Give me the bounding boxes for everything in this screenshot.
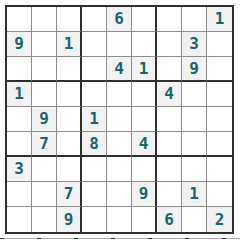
- cell-r6c9[interactable]: [207, 132, 232, 157]
- cell-r7c1[interactable]: 3: [7, 157, 32, 182]
- cell-r4c1[interactable]: 1: [7, 82, 32, 107]
- cell-r4c2[interactable]: [32, 82, 57, 107]
- cell-r8c1[interactable]: [7, 182, 32, 207]
- cell-r6c7[interactable]: [157, 132, 182, 157]
- cell-r3c7[interactable]: [157, 57, 182, 82]
- cell-r9c4[interactable]: [82, 207, 107, 232]
- cell-r8c3[interactable]: 7: [57, 182, 82, 207]
- cell-r3c1[interactable]: [7, 57, 32, 82]
- cell-r3c6[interactable]: 1: [132, 57, 157, 82]
- cell-r2c4[interactable]: [82, 32, 107, 57]
- cell-r8c8[interactable]: 1: [182, 182, 207, 207]
- cell-r2c6[interactable]: [132, 32, 157, 57]
- cell-r9c7[interactable]: 6: [157, 207, 182, 232]
- cell-r7c3[interactable]: [57, 157, 82, 182]
- cell-r7c5[interactable]: [107, 157, 132, 182]
- cell-r2c9[interactable]: [207, 32, 232, 57]
- cell-r5c9[interactable]: [207, 107, 232, 132]
- cell-r7c6[interactable]: [132, 157, 157, 182]
- cell-r8c9[interactable]: [207, 182, 232, 207]
- cell-r1c6[interactable]: [132, 7, 157, 32]
- cell-r4c8[interactable]: [182, 82, 207, 107]
- cell-r4c3[interactable]: [57, 82, 82, 107]
- cell-r6c4[interactable]: 8: [82, 132, 107, 157]
- cell-r3c9[interactable]: [207, 57, 232, 82]
- cell-r5c4[interactable]: 1: [82, 107, 107, 132]
- cell-r8c5[interactable]: [107, 182, 132, 207]
- cell-r7c8[interactable]: [182, 157, 207, 182]
- cell-r2c3[interactable]: 1: [57, 32, 82, 57]
- cell-r2c2[interactable]: [32, 32, 57, 57]
- cell-r9c8[interactable]: [182, 207, 207, 232]
- cell-r2c5[interactable]: [107, 32, 132, 57]
- cell-r5c5[interactable]: [107, 107, 132, 132]
- cell-r7c7[interactable]: [157, 157, 182, 182]
- cell-r6c5[interactable]: [107, 132, 132, 157]
- cell-r9c3[interactable]: 9: [57, 207, 82, 232]
- cell-r8c2[interactable]: [32, 182, 57, 207]
- cell-r2c7[interactable]: [157, 32, 182, 57]
- cell-r6c2[interactable]: 7: [32, 132, 57, 157]
- cell-r7c2[interactable]: [32, 157, 57, 182]
- cell-r1c5[interactable]: 6: [107, 7, 132, 32]
- cell-r9c2[interactable]: [32, 207, 57, 232]
- cell-r9c9[interactable]: 2: [207, 207, 232, 232]
- sudoku-board: 6191341914917843791962: [5, 5, 234, 234]
- cell-r8c6[interactable]: 9: [132, 182, 157, 207]
- cell-r4c4[interactable]: [82, 82, 107, 107]
- cell-r4c6[interactable]: [132, 82, 157, 107]
- cell-r5c2[interactable]: 9: [32, 107, 57, 132]
- cell-r8c7[interactable]: [157, 182, 182, 207]
- cell-r1c3[interactable]: [57, 7, 82, 32]
- cell-r1c9[interactable]: 1: [207, 7, 232, 32]
- cell-r8c4[interactable]: [82, 182, 107, 207]
- cell-r5c6[interactable]: [132, 107, 157, 132]
- cell-r3c4[interactable]: [82, 57, 107, 82]
- cell-r5c3[interactable]: [57, 107, 82, 132]
- cell-r2c1[interactable]: 9: [7, 32, 32, 57]
- cell-r1c8[interactable]: [182, 7, 207, 32]
- cell-r5c7[interactable]: [157, 107, 182, 132]
- cell-r6c8[interactable]: [182, 132, 207, 157]
- cell-r3c8[interactable]: 9: [182, 57, 207, 82]
- cell-r4c7[interactable]: 4: [157, 82, 182, 107]
- cell-r4c5[interactable]: [107, 82, 132, 107]
- cell-r1c7[interactable]: [157, 7, 182, 32]
- cell-r2c8[interactable]: 3: [182, 32, 207, 57]
- cell-r1c2[interactable]: [32, 7, 57, 32]
- cell-r7c9[interactable]: [207, 157, 232, 182]
- cell-r4c9[interactable]: [207, 82, 232, 107]
- cell-r5c1[interactable]: [7, 107, 32, 132]
- cell-r3c2[interactable]: [32, 57, 57, 82]
- cutoff-element-top-edge: [0, 238, 240, 239]
- cell-r1c1[interactable]: [7, 7, 32, 32]
- cell-r6c1[interactable]: [7, 132, 32, 157]
- cell-r7c4[interactable]: [82, 157, 107, 182]
- cell-r6c6[interactable]: 4: [132, 132, 157, 157]
- cell-r3c3[interactable]: [57, 57, 82, 82]
- cell-r3c5[interactable]: 4: [107, 57, 132, 82]
- cell-r9c5[interactable]: [107, 207, 132, 232]
- cell-r9c6[interactable]: [132, 207, 157, 232]
- cell-r5c8[interactable]: [182, 107, 207, 132]
- cell-r9c1[interactable]: [7, 207, 32, 232]
- cell-r1c4[interactable]: [82, 7, 107, 32]
- sudoku-page: 6191341914917843791962: [0, 0, 240, 240]
- cell-r6c3[interactable]: [57, 132, 82, 157]
